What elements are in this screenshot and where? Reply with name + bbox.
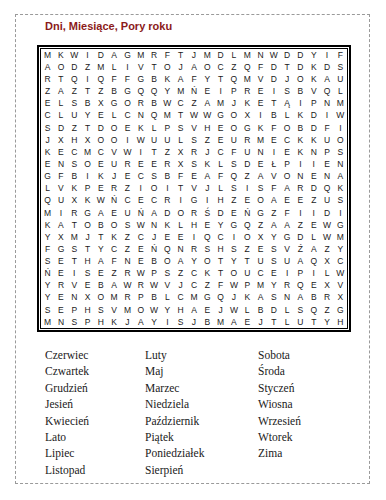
grid-cell: S: [254, 182, 267, 194]
grid-cell: Z: [187, 98, 200, 110]
grid-cell: S: [121, 219, 134, 231]
grid-cell: E: [54, 267, 67, 279]
grid-cell: T: [94, 231, 107, 243]
grid-cell: E: [214, 134, 227, 146]
grid-cell: A: [267, 219, 280, 231]
grid-cell: W: [121, 146, 134, 158]
grid-cell: P: [161, 122, 174, 134]
grid-cell: A: [320, 73, 333, 85]
word-search-grid-border: MKWIDAGMRFTJMDLMNWDDYIFAODZMLIVTOJAOCZQF…: [37, 45, 351, 332]
grid-cell: C: [121, 110, 134, 122]
grid-cell: Y: [94, 243, 107, 255]
grid-cell: H: [201, 122, 214, 134]
grid-cell: S: [187, 134, 200, 146]
grid-cell: N: [174, 243, 187, 255]
grid-cell: V: [108, 146, 121, 158]
grid-cell: Ń: [187, 85, 200, 97]
word-list-item: Październik: [145, 413, 204, 429]
word-list-item: Marzec: [145, 380, 204, 396]
grid-cell: G: [81, 207, 94, 219]
grid-cell: Y: [227, 255, 240, 267]
grid-cell: O: [334, 134, 347, 146]
grid-cell: C: [108, 243, 121, 255]
grid-cell: J: [187, 49, 200, 61]
grid-cell: A: [108, 279, 121, 291]
grid-cell: E: [161, 231, 174, 243]
grid-cell: Q: [227, 73, 240, 85]
grid-cell: W: [227, 304, 240, 316]
grid-cell: P: [320, 146, 333, 158]
grid-cell: Z: [41, 85, 54, 97]
grid-cell: R: [54, 279, 67, 291]
grid-cell: D: [214, 49, 227, 61]
grid-cell: B: [161, 170, 174, 182]
grid-cell: Z: [320, 304, 333, 316]
grid-cell: W: [320, 219, 333, 231]
grid-cell: R: [320, 292, 333, 304]
grid-cell: Z: [241, 243, 254, 255]
grid-cell: T: [68, 255, 81, 267]
grid-cell: X: [174, 158, 187, 170]
grid-cell: C: [214, 231, 227, 243]
grid-cell: U: [334, 73, 347, 85]
grid-cell: V: [280, 243, 293, 255]
grid-cell: V: [307, 85, 320, 97]
grid-cell: E: [254, 98, 267, 110]
grid-cell: U: [254, 255, 267, 267]
grid-cell: A: [94, 207, 107, 219]
grid-cell: M: [334, 98, 347, 110]
grid-cell: I: [161, 182, 174, 194]
grid-cell: O: [201, 61, 214, 73]
grid-cell: H: [187, 219, 200, 231]
grid-cell: R: [161, 195, 174, 207]
grid-cell: W: [187, 110, 200, 122]
grid-cell: Q: [41, 195, 54, 207]
grid-cell: R: [187, 146, 200, 158]
grid-cell: T: [174, 49, 187, 61]
grid-cell: Ń: [147, 243, 160, 255]
grid-cell: V: [134, 61, 147, 73]
grid-cell: H: [81, 255, 94, 267]
grid-cell: J: [108, 170, 121, 182]
grid-cell: D: [294, 49, 307, 61]
grid-cell: K: [161, 219, 174, 231]
grid-cell: F: [187, 73, 200, 85]
grid-cell: G: [334, 219, 347, 231]
grid-cell: N: [307, 146, 320, 158]
grid-cell: C: [214, 146, 227, 158]
grid-cell: K: [307, 73, 320, 85]
grid-cell: C: [187, 279, 200, 291]
grid-cell: P: [241, 279, 254, 291]
word-list-item: Wiosna: [258, 396, 301, 412]
grid-cell: Z: [121, 182, 134, 194]
grid-cell: N: [147, 219, 160, 231]
grid-cell: M: [334, 231, 347, 243]
page-title: Dni, Miesiące, Pory roku: [45, 20, 172, 32]
grid-cell: M: [41, 49, 54, 61]
grid-cell: I: [241, 182, 254, 194]
grid-cell: J: [81, 231, 94, 243]
grid-cell: A: [187, 61, 200, 73]
grid-cell: E: [254, 243, 267, 255]
grid-cell: Y: [307, 49, 320, 61]
grid-cell: P: [134, 292, 147, 304]
word-list-item: Lato: [45, 429, 89, 445]
grid-cell: F: [320, 122, 333, 134]
grid-cell: L: [241, 304, 254, 316]
grid-cell: W: [68, 49, 81, 61]
grid-cell: E: [134, 243, 147, 255]
grid-cell: J: [174, 61, 187, 73]
grid-cell: Q: [161, 243, 174, 255]
grid-cell: Z: [241, 170, 254, 182]
grid-cell: E: [94, 182, 107, 194]
grid-cell: W: [334, 267, 347, 279]
grid-cell: C: [280, 134, 293, 146]
grid-cell: I: [334, 122, 347, 134]
grid-cell: S: [280, 85, 293, 97]
grid-cell: S: [68, 158, 81, 170]
grid-cell: W: [134, 134, 147, 146]
grid-cell: J: [227, 98, 240, 110]
grid-cell: U: [241, 267, 254, 279]
grid-cell: H: [214, 195, 227, 207]
grid-cell: M: [214, 98, 227, 110]
grid-cell: S: [227, 182, 240, 194]
grid-cell: O: [108, 122, 121, 134]
grid-cell: Z: [320, 243, 333, 255]
grid-cell: C: [41, 110, 54, 122]
word-list-item: Wrzesień: [258, 413, 301, 429]
grid-cell: O: [280, 122, 293, 134]
grid-cell: A: [307, 243, 320, 255]
grid-cell: Z: [94, 85, 107, 97]
grid-cell: E: [214, 122, 227, 134]
word-list-item: Czwartek: [45, 363, 89, 379]
grid-cell: V: [187, 182, 200, 194]
grid-cell: I: [307, 158, 320, 170]
grid-cell: E: [187, 170, 200, 182]
grid-cell: T: [214, 267, 227, 279]
grid-cell: D: [307, 182, 320, 194]
grid-cell: K: [294, 134, 307, 146]
grid-cell: I: [121, 134, 134, 146]
grid-cell: M: [254, 279, 267, 291]
grid-cell: F: [108, 255, 121, 267]
grid-cell: I: [227, 231, 240, 243]
grid-cell: K: [94, 170, 107, 182]
grid-cell: G: [254, 207, 267, 219]
grid-cell: L: [227, 49, 240, 61]
word-list-item: Sierpień: [145, 462, 204, 478]
grid-cell: E: [241, 316, 254, 328]
grid-cell: W: [147, 279, 160, 291]
grid-cell: Z: [121, 243, 134, 255]
grid-cell: D: [320, 61, 333, 73]
grid-cell: F: [267, 182, 280, 194]
grid-cell: A: [94, 255, 107, 267]
grid-cell: H: [81, 304, 94, 316]
grid-cell: O: [254, 195, 267, 207]
grid-cell: C: [68, 146, 81, 158]
grid-cell: Z: [227, 195, 240, 207]
grid-cell: J: [227, 292, 240, 304]
grid-cell: I: [54, 207, 67, 219]
word-list-item: Czerwiec: [45, 347, 89, 363]
grid-cell: S: [201, 243, 214, 255]
grid-cell: S: [41, 122, 54, 134]
grid-cell: D: [68, 61, 81, 73]
grid-cell: A: [174, 255, 187, 267]
grid-cell: K: [54, 49, 67, 61]
grid-cell: R: [161, 158, 174, 170]
grid-cell: S: [81, 267, 94, 279]
grid-cell: Ł: [267, 158, 280, 170]
grid-cell: C: [121, 195, 134, 207]
grid-cell: V: [108, 304, 121, 316]
grid-cell: E: [94, 267, 107, 279]
word-column: SobotaŚrodaStyczeńWiosnaWrzesieńWtorekZi…: [258, 347, 301, 462]
grid-cell: R: [121, 158, 134, 170]
grid-cell: A: [134, 316, 147, 328]
word-list-item: Maj: [145, 363, 204, 379]
grid-cell: N: [294, 170, 307, 182]
grid-cell: U: [227, 134, 240, 146]
grid-cell: R: [187, 207, 200, 219]
grid-cell: C: [174, 292, 187, 304]
grid-cell: O: [201, 255, 214, 267]
grid-cell: J: [174, 279, 187, 291]
grid-cell: H: [334, 316, 347, 328]
grid-cell: Y: [334, 243, 347, 255]
grid-cell: T: [81, 243, 94, 255]
grid-cell: W: [267, 49, 280, 61]
grid-cell: Y: [41, 292, 54, 304]
word-list-item: Poniedziałek: [145, 445, 204, 461]
grid-cell: K: [201, 158, 214, 170]
grid-cell: W: [94, 195, 107, 207]
grid-cell: I: [174, 195, 187, 207]
grid-cell: X: [320, 279, 333, 291]
grid-cell: I: [320, 110, 333, 122]
grid-cell: J: [121, 316, 134, 328]
grid-cell: Q: [68, 73, 81, 85]
grid-cell: I: [307, 267, 320, 279]
grid-cell: O: [241, 231, 254, 243]
grid-cell: Ń: [134, 207, 147, 219]
grid-cell: U: [121, 207, 134, 219]
grid-cell: O: [161, 61, 174, 73]
grid-cell: K: [294, 110, 307, 122]
grid-cell: T: [54, 73, 67, 85]
grid-cell: L: [41, 182, 54, 194]
grid-cell: F: [254, 61, 267, 73]
grid-cell: I: [280, 267, 293, 279]
grid-cell: D: [320, 207, 333, 219]
grid-cell: I: [307, 207, 320, 219]
grid-cell: E: [134, 195, 147, 207]
grid-cell: Q: [214, 292, 227, 304]
grid-cell: B: [294, 122, 307, 134]
grid-cell: V: [267, 170, 280, 182]
grid-cell: L: [54, 110, 67, 122]
grid-cell: S: [267, 243, 280, 255]
word-list-item: Grudzień: [45, 380, 89, 396]
grid-cell: M: [41, 207, 54, 219]
grid-cell: I: [267, 146, 280, 158]
grid-cell: J: [280, 73, 293, 85]
grid-cell: Y: [81, 110, 94, 122]
grid-cell: C: [147, 195, 160, 207]
grid-cell: E: [174, 231, 187, 243]
grid-cell: I: [121, 61, 134, 73]
grid-cell: E: [121, 170, 134, 182]
grid-cell: M: [108, 292, 121, 304]
grid-cell: L: [54, 98, 67, 110]
grid-cell: S: [267, 292, 280, 304]
grid-cell: K: [41, 219, 54, 231]
grid-cell: A: [254, 292, 267, 304]
grid-cell: T: [214, 255, 227, 267]
grid-cell: R: [134, 279, 147, 291]
grid-cell: B: [94, 219, 107, 231]
grid-cell: H: [174, 304, 187, 316]
grid-cell: M: [201, 49, 214, 61]
grid-cell: K: [307, 134, 320, 146]
grid-cell: B: [254, 304, 267, 316]
grid-cell: R: [294, 182, 307, 194]
grid-cell: F: [161, 49, 174, 61]
word-list-item: Jesień: [45, 396, 89, 412]
grid-cell: L: [161, 292, 174, 304]
grid-cell: S: [68, 316, 81, 328]
grid-cell: G: [201, 292, 214, 304]
grid-cell: W: [121, 279, 134, 291]
grid-cell: F: [121, 73, 134, 85]
grid-cell: I: [81, 49, 94, 61]
grid-cell: E: [41, 158, 54, 170]
grid-cell: Q: [134, 85, 147, 97]
grid-cell: M: [187, 292, 200, 304]
word-list-item: Lipiec: [45, 445, 89, 461]
grid-cell: G: [41, 170, 54, 182]
grid-cell: G: [334, 304, 347, 316]
grid-cell: Q: [294, 279, 307, 291]
grid-cell: U: [280, 255, 293, 267]
grid-cell: G: [241, 122, 254, 134]
grid-cell: E: [134, 255, 147, 267]
word-list-item: Piątek: [145, 429, 204, 445]
grid-cell: Z: [68, 122, 81, 134]
grid-cell: S: [334, 61, 347, 73]
grid-cell: R: [241, 85, 254, 97]
grid-cell: R: [121, 267, 134, 279]
grid-cell: D: [280, 49, 293, 61]
grid-cell: X: [174, 146, 187, 158]
grid-cell: S: [147, 170, 160, 182]
grid-cell: P: [147, 267, 160, 279]
grid-cell: F: [108, 73, 121, 85]
grid-cell: O: [94, 292, 107, 304]
grid-cell: X: [54, 231, 67, 243]
grid-cell: P: [68, 304, 81, 316]
grid-cell: G: [54, 243, 67, 255]
grid-cell: F: [174, 170, 187, 182]
grid-cell: K: [161, 73, 174, 85]
grid-cell: N: [280, 292, 293, 304]
grid-cell: X: [334, 292, 347, 304]
grid-cell: N: [254, 49, 267, 61]
grid-cell: Ń: [108, 195, 121, 207]
grid-cell: X: [254, 231, 267, 243]
grid-cell: C: [94, 146, 107, 158]
grid-cell: S: [294, 304, 307, 316]
grid-cell: L: [280, 110, 293, 122]
grid-cell: I: [81, 73, 94, 85]
grid-cell: N: [254, 146, 267, 158]
grid-cell: M: [174, 85, 187, 97]
grid-cell: M: [134, 49, 147, 61]
grid-cell: Z: [227, 61, 240, 73]
grid-cell: J: [187, 316, 200, 328]
grid-cell: E: [267, 134, 280, 146]
grid-cell: S: [68, 243, 81, 255]
grid-cell: K: [254, 122, 267, 134]
grid-cell: Ń: [41, 267, 54, 279]
grid-cell: J: [201, 182, 214, 194]
grid-cell: Y: [41, 279, 54, 291]
grid-cell: O: [94, 134, 107, 146]
grid-cell: D: [267, 304, 280, 316]
grid-cell: G: [214, 110, 227, 122]
grid-cell: Z: [307, 195, 320, 207]
grid-cell: E: [108, 207, 121, 219]
grid-cell: W: [161, 98, 174, 110]
grid-cell: Z: [108, 267, 121, 279]
grid-cell: S: [41, 304, 54, 316]
grid-cell: U: [320, 195, 333, 207]
grid-cell: G: [227, 219, 240, 231]
grid-cell: S: [334, 146, 347, 158]
grid-cell: E: [254, 85, 267, 97]
grid-cell: H: [68, 134, 81, 146]
grid-cell: N: [134, 110, 147, 122]
grid-cell: N: [121, 255, 134, 267]
grid-cell: S: [227, 243, 240, 255]
grid-cell: C: [254, 267, 267, 279]
grid-cell: W: [320, 231, 333, 243]
grid-cell: Z: [294, 219, 307, 231]
grid-cell: N: [320, 170, 333, 182]
grid-cell: U: [161, 134, 174, 146]
grid-cell: D: [307, 122, 320, 134]
grid-cell: K: [201, 267, 214, 279]
grid-cell: K: [241, 98, 254, 110]
grid-cell: U: [294, 316, 307, 328]
grid-cell: K: [294, 146, 307, 158]
grid-cell: L: [108, 61, 121, 73]
grid-cell: A: [227, 316, 240, 328]
grid-cell: P: [294, 267, 307, 279]
grid-cell: O: [54, 61, 67, 73]
grid-cell: X: [241, 110, 254, 122]
grid-cell: Y: [214, 219, 227, 231]
grid-cell: B: [201, 316, 214, 328]
grid-cell: F: [214, 170, 227, 182]
grid-cell: Ą: [280, 98, 293, 110]
